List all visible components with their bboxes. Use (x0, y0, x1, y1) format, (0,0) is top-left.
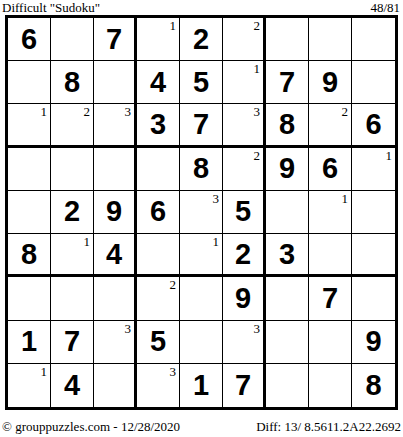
corner-mark: 1 (213, 235, 220, 248)
cell-r9c6[interactable]: 7 (223, 364, 266, 407)
cell-r3c6[interactable]: 3 (223, 104, 266, 147)
cell-r9c4[interactable]: 3 (137, 364, 180, 407)
footer: © grouppuzzles.com - 12/28/2020 Diff: 13… (0, 419, 403, 434)
cell-r8c9[interactable]: 9 (352, 321, 395, 364)
cell-r7c8[interactable]: 7 (309, 277, 352, 320)
cell-r6c7[interactable]: 3 (266, 234, 309, 277)
cell-value: 9 (365, 327, 381, 356)
cell-value: 4 (106, 240, 122, 269)
cell-value: 7 (64, 327, 80, 356)
corner-mark: 3 (254, 105, 261, 118)
cell-r4c4[interactable] (137, 148, 180, 191)
cell-r9c9[interactable]: 8 (352, 364, 395, 407)
cell-r4c6[interactable]: 2 (223, 148, 266, 191)
cell-value: 7 (279, 68, 295, 97)
cell-r6c5[interactable]: 1 (180, 234, 223, 277)
cell-r8c5[interactable] (180, 321, 223, 364)
difficulty-text: Diff: 13/ 8.5611.2A22.2692 (256, 419, 401, 434)
cell-r1c4[interactable]: 1 (137, 18, 180, 61)
cell-r8c3[interactable]: 3 (94, 321, 137, 364)
cell-r3c3[interactable]: 3 (94, 104, 137, 147)
cell-r5c3[interactable]: 9 (94, 191, 137, 234)
cell-r7c4[interactable]: 2 (137, 277, 180, 320)
cell-r5c2[interactable]: 2 (51, 191, 94, 234)
cell-r1c2[interactable] (51, 18, 94, 61)
cell-value: 8 (279, 110, 295, 139)
cell-r1c8[interactable] (309, 18, 352, 61)
cell-r3c7[interactable]: 8 (266, 104, 309, 147)
cell-r4c5[interactable]: 8 (180, 148, 223, 191)
header: Difficult "Sudoku" 48/81 (0, 0, 403, 15)
cell-r8c6[interactable]: 3 (223, 321, 266, 364)
cell-value: 8 (21, 240, 37, 269)
cell-r7c7[interactable] (266, 277, 309, 320)
cell-r9c7[interactable] (266, 364, 309, 407)
corner-mark: 1 (342, 192, 349, 205)
corner-mark: 2 (254, 19, 261, 32)
corner-mark: 2 (170, 278, 177, 291)
corner-mark: 1 (41, 105, 48, 118)
cell-r6c6[interactable]: 2 (223, 234, 266, 277)
cell-r7c5[interactable] (180, 277, 223, 320)
corner-mark: 1 (254, 62, 261, 75)
cell-r3c1[interactable]: 1 (8, 104, 51, 147)
cell-r9c3[interactable] (94, 364, 137, 407)
cell-value: 4 (64, 371, 80, 400)
cell-value: 1 (193, 371, 209, 400)
cell-r3c8[interactable]: 2 (309, 104, 352, 147)
cell-r5c1[interactable] (8, 191, 51, 234)
cell-r6c2[interactable]: 1 (51, 234, 94, 277)
corner-mark: 3 (170, 365, 177, 378)
cell-r2c8[interactable]: 9 (309, 61, 352, 104)
cell-value: 8 (193, 154, 209, 183)
cell-r4c8[interactable]: 6 (309, 148, 352, 191)
corner-mark: 2 (342, 105, 349, 118)
cell-r3c5[interactable]: 7 (180, 104, 223, 147)
sudoku-page: Difficult "Sudoku" 48/81 671228451791233… (0, 0, 403, 437)
corner-mark: 1 (170, 19, 177, 32)
cell-r2c3[interactable] (94, 61, 137, 104)
cell-r8c4[interactable]: 5 (137, 321, 180, 364)
sudoku-board: 6712284517912337382682961296351814123297… (5, 15, 398, 410)
cell-value: 7 (106, 25, 122, 54)
cell-r1c3[interactable]: 7 (94, 18, 137, 61)
cell-value: 6 (365, 110, 381, 139)
cell-r6c4[interactable] (137, 234, 180, 277)
corner-mark: 3 (254, 322, 261, 335)
cell-value: 2 (235, 240, 251, 269)
cell-r3c4[interactable]: 3 (137, 104, 180, 147)
cell-r7c1[interactable] (8, 277, 51, 320)
cell-r2c9[interactable] (352, 61, 395, 104)
copyright-text: © grouppuzzles.com - 12/28/2020 (2, 419, 180, 434)
cell-r9c8[interactable] (309, 364, 352, 407)
cell-r7c6[interactable]: 9 (223, 277, 266, 320)
cell-r9c1[interactable]: 1 (8, 364, 51, 407)
cell-r2c7[interactable]: 7 (266, 61, 309, 104)
cell-r4c9[interactable]: 1 (352, 148, 395, 191)
corner-mark: 1 (84, 235, 91, 248)
cell-value: 3 (150, 110, 166, 139)
cell-value: 9 (106, 197, 122, 226)
cell-value: 9 (235, 284, 251, 313)
cell-r4c7[interactable]: 9 (266, 148, 309, 191)
corner-mark: 3 (125, 322, 132, 335)
cell-value: 1 (21, 327, 37, 356)
cell-r4c1[interactable] (8, 148, 51, 191)
cell-r8c8[interactable] (309, 321, 352, 364)
cell-r1c7[interactable] (266, 18, 309, 61)
corner-mark: 3 (125, 105, 132, 118)
cell-value: 3 (279, 240, 295, 269)
cell-value: 9 (322, 68, 338, 97)
cell-r2c4[interactable]: 4 (137, 61, 180, 104)
cell-value: 8 (64, 68, 80, 97)
cell-r4c2[interactable] (51, 148, 94, 191)
cell-value: 7 (193, 110, 209, 139)
corner-mark: 1 (386, 149, 393, 162)
cell-r5c4[interactable]: 6 (137, 191, 180, 234)
cell-r1c9[interactable] (352, 18, 395, 61)
cell-r5c8[interactable]: 1 (309, 191, 352, 234)
cell-value: 6 (150, 197, 166, 226)
corner-mark: 2 (254, 149, 261, 162)
cell-r1c6[interactable]: 2 (223, 18, 266, 61)
cell-r2c5[interactable]: 5 (180, 61, 223, 104)
cell-r1c5[interactable]: 2 (180, 18, 223, 61)
cell-r2c2[interactable]: 8 (51, 61, 94, 104)
cell-r8c1[interactable]: 1 (8, 321, 51, 364)
cell-value: 7 (235, 371, 251, 400)
cell-r3c9[interactable]: 6 (352, 104, 395, 147)
cell-r8c7[interactable] (266, 321, 309, 364)
cell-r9c2[interactable]: 4 (51, 364, 94, 407)
cell-r1c1[interactable]: 6 (8, 18, 51, 61)
corner-mark: 1 (41, 365, 48, 378)
cell-value: 5 (235, 197, 251, 226)
cell-r7c2[interactable] (51, 277, 94, 320)
cell-value: 2 (64, 197, 80, 226)
corner-mark: 2 (84, 105, 91, 118)
cell-value: 6 (322, 154, 338, 183)
remaining-counter: 48/81 (370, 1, 400, 15)
cell-value: 6 (21, 25, 37, 54)
cell-r6c1[interactable]: 8 (8, 234, 51, 277)
cell-r6c8[interactable] (309, 234, 352, 277)
puzzle-title: Difficult "Sudoku" (2, 1, 100, 15)
cell-r5c6[interactable]: 5 (223, 191, 266, 234)
cell-value: 8 (365, 371, 381, 400)
cell-r7c9[interactable] (352, 277, 395, 320)
cell-r5c5[interactable]: 3 (180, 191, 223, 234)
cell-r9c5[interactable]: 1 (180, 364, 223, 407)
cell-r7c3[interactable] (94, 277, 137, 320)
cell-r6c9[interactable] (352, 234, 395, 277)
corner-mark: 3 (213, 192, 220, 205)
cell-value: 5 (193, 68, 209, 97)
cell-value: 4 (150, 68, 166, 97)
cell-value: 7 (322, 284, 338, 313)
cell-value: 9 (279, 154, 295, 183)
cell-value: 5 (150, 327, 166, 356)
cell-r2c1[interactable] (8, 61, 51, 104)
cell-r8c2[interactable]: 7 (51, 321, 94, 364)
cell-r2c6[interactable]: 1 (223, 61, 266, 104)
cell-r5c9[interactable] (352, 191, 395, 234)
cell-r4c3[interactable] (94, 148, 137, 191)
cell-r5c7[interactable] (266, 191, 309, 234)
cell-r6c3[interactable]: 4 (94, 234, 137, 277)
cell-value: 2 (193, 25, 209, 54)
cell-r3c2[interactable]: 2 (51, 104, 94, 147)
